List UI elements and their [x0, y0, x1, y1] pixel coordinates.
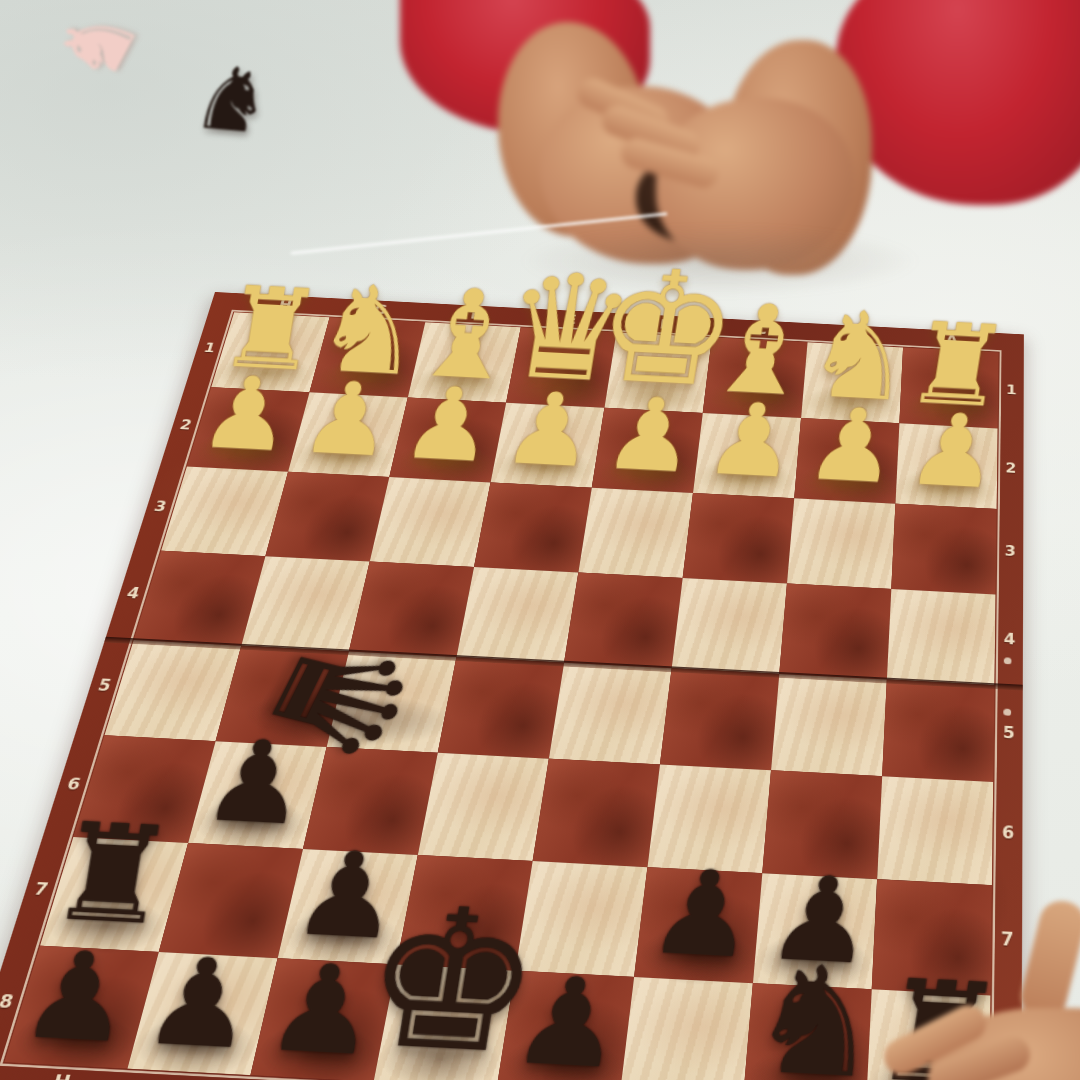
square-c5[interactable] — [660, 668, 779, 770]
rank-label-right: 4 — [998, 630, 1020, 648]
square-f3[interactable] — [370, 477, 491, 567]
square-a5[interactable] — [882, 680, 994, 782]
chessboard: HHGGFFEEDDCCBBAA1122334455667788♜♞♝♛♚♝♞♜… — [88, 292, 1024, 1080]
square-c3[interactable] — [683, 493, 795, 583]
square-d4[interactable] — [564, 573, 683, 669]
white-pawn-h2[interactable]: ♟ — [159, 360, 334, 468]
rank-label-left: 6 — [59, 774, 89, 794]
square-b5[interactable] — [771, 674, 887, 776]
offboard-black-knight[interactable]: ♞ — [188, 53, 274, 148]
rank-label-left: 5 — [90, 676, 119, 695]
square-e3[interactable] — [474, 482, 592, 572]
board-plane: HHGGFFEEDDCCBBAA1122334455667788♜♞♝♛♚♝♞♜… — [0, 292, 1024, 1080]
rank-label-right: 3 — [999, 543, 1021, 560]
square-d5[interactable] — [549, 663, 672, 765]
square-b4[interactable] — [779, 583, 891, 679]
square-d6[interactable] — [533, 759, 660, 867]
file-label-bottom: H — [45, 1070, 78, 1080]
square-a3[interactable] — [891, 504, 996, 595]
square-e4[interactable] — [456, 567, 578, 663]
square-a4[interactable] — [887, 589, 996, 685]
rank-label-right: 5 — [997, 723, 1020, 743]
square-e5[interactable] — [438, 657, 564, 759]
rank-label-right: 7 — [995, 929, 1020, 951]
square-d3[interactable] — [578, 488, 693, 578]
black-pawn-d8[interactable]: ♟ — [462, 958, 675, 1080]
square-c4[interactable] — [672, 578, 787, 674]
square-g3[interactable] — [265, 472, 389, 562]
hinge-icon — [1004, 657, 1012, 664]
chess-scene: ♞ ♞ HHGGFFEEDDCCBBAA1122334455667788♜♞♝♛… — [0, 0, 1080, 1080]
hinge-icon — [1003, 709, 1011, 716]
rank-label-left: 3 — [147, 498, 174, 515]
rank-label-left: 4 — [119, 584, 147, 602]
rank-label-right: 6 — [996, 823, 1020, 844]
square-b3[interactable] — [787, 498, 895, 589]
black-rook-a8[interactable]: ♜ — [831, 959, 1047, 1080]
red-sweater-sleeve-right — [836, 0, 1080, 205]
